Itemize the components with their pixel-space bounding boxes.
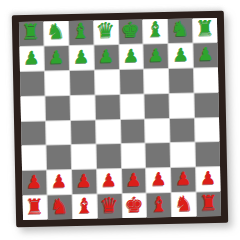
square-g5[interactable] bbox=[170, 93, 194, 117]
piece-red-pawn[interactable]: ♟ bbox=[150, 170, 167, 188]
piece-red-pawn[interactable]: ♟ bbox=[125, 171, 142, 189]
square-a2[interactable]: ♟ bbox=[22, 171, 46, 195]
square-c8[interactable]: ♝ bbox=[69, 21, 93, 45]
piece-green-pawn[interactable]: ♟ bbox=[173, 45, 190, 63]
square-b6[interactable] bbox=[45, 71, 69, 95]
square-f5[interactable] bbox=[145, 94, 169, 118]
piece-red-pawn[interactable]: ♟ bbox=[175, 170, 192, 188]
piece-red-knight[interactable]: ♞ bbox=[174, 193, 193, 214]
square-d8[interactable]: ♛ bbox=[94, 20, 118, 44]
chess-scene: ♜♞♝♛♚♝♞♜♟♟♟♟♟♟♟♟♟♟♟♟♟♟♟♟♜♞♝♛♚♝♞♜ bbox=[0, 0, 240, 240]
square-h6[interactable] bbox=[194, 68, 218, 92]
piece-green-pawn[interactable]: ♟ bbox=[48, 48, 65, 66]
square-a5[interactable] bbox=[21, 96, 45, 120]
piece-red-bishop[interactable]: ♝ bbox=[75, 195, 94, 216]
piece-red-queen[interactable]: ♛ bbox=[100, 195, 119, 216]
square-g6[interactable] bbox=[169, 68, 193, 92]
square-g4[interactable] bbox=[170, 118, 194, 142]
square-h8[interactable]: ♜ bbox=[193, 18, 217, 42]
square-c2[interactable]: ♟ bbox=[72, 170, 96, 194]
piece-green-bishop[interactable]: ♝ bbox=[146, 19, 165, 40]
square-h3[interactable] bbox=[196, 142, 220, 166]
square-f7[interactable]: ♟ bbox=[144, 44, 168, 68]
square-g8[interactable]: ♞ bbox=[168, 18, 192, 42]
square-a4[interactable] bbox=[21, 121, 45, 145]
square-c3[interactable] bbox=[71, 145, 95, 169]
square-f3[interactable] bbox=[146, 143, 170, 167]
square-a3[interactable] bbox=[22, 146, 46, 170]
piece-green-pawn[interactable]: ♟ bbox=[23, 48, 40, 66]
square-e1[interactable]: ♚ bbox=[122, 194, 146, 218]
square-h1[interactable]: ♜ bbox=[197, 192, 221, 216]
chess-board-frame: ♜♞♝♛♚♝♞♜♟♟♟♟♟♟♟♟♟♟♟♟♟♟♟♟♜♞♝♛♚♝♞♜ bbox=[12, 11, 228, 227]
square-f8[interactable]: ♝ bbox=[143, 19, 167, 43]
square-d4[interactable] bbox=[96, 120, 120, 144]
square-f1[interactable]: ♝ bbox=[147, 193, 171, 217]
square-g7[interactable]: ♟ bbox=[169, 43, 193, 67]
piece-green-queen[interactable]: ♛ bbox=[96, 21, 115, 42]
square-e2[interactable]: ♟ bbox=[122, 169, 146, 193]
piece-red-rook[interactable]: ♜ bbox=[199, 193, 218, 214]
piece-green-pawn[interactable]: ♟ bbox=[197, 45, 214, 63]
square-d3[interactable] bbox=[96, 144, 120, 168]
square-b4[interactable] bbox=[46, 121, 70, 145]
square-c7[interactable]: ♟ bbox=[69, 45, 93, 69]
square-d6[interactable] bbox=[95, 70, 119, 94]
piece-green-pawn[interactable]: ♟ bbox=[73, 47, 90, 65]
piece-green-pawn[interactable]: ♟ bbox=[123, 46, 140, 64]
piece-red-pawn[interactable]: ♟ bbox=[200, 169, 217, 187]
piece-red-bishop[interactable]: ♝ bbox=[149, 194, 168, 215]
piece-green-rook[interactable]: ♜ bbox=[196, 18, 215, 39]
square-b7[interactable]: ♟ bbox=[44, 46, 68, 70]
square-e5[interactable] bbox=[120, 94, 144, 118]
square-c1[interactable]: ♝ bbox=[72, 195, 96, 219]
square-h7[interactable]: ♟ bbox=[194, 43, 218, 67]
square-h4[interactable] bbox=[195, 117, 219, 141]
piece-green-knight[interactable]: ♞ bbox=[46, 22, 65, 43]
square-g2[interactable]: ♟ bbox=[171, 168, 195, 192]
square-f2[interactable]: ♟ bbox=[146, 168, 170, 192]
square-b3[interactable] bbox=[46, 145, 70, 169]
piece-green-knight[interactable]: ♞ bbox=[171, 19, 190, 40]
chess-board: ♜♞♝♛♚♝♞♜♟♟♟♟♟♟♟♟♟♟♟♟♟♟♟♟♜♞♝♛♚♝♞♜ bbox=[19, 18, 221, 220]
square-d7[interactable]: ♟ bbox=[94, 45, 118, 69]
piece-green-pawn[interactable]: ♟ bbox=[98, 47, 115, 65]
square-c5[interactable] bbox=[70, 95, 94, 119]
piece-green-pawn[interactable]: ♟ bbox=[148, 46, 165, 64]
square-h2[interactable]: ♟ bbox=[196, 167, 220, 191]
square-g1[interactable]: ♞ bbox=[172, 193, 196, 217]
square-f6[interactable] bbox=[144, 69, 168, 93]
piece-green-bishop[interactable]: ♝ bbox=[71, 21, 90, 42]
square-a8[interactable]: ♜ bbox=[19, 22, 43, 46]
piece-red-rook[interactable]: ♜ bbox=[25, 196, 44, 217]
square-e6[interactable] bbox=[119, 69, 143, 93]
square-f4[interactable] bbox=[145, 118, 169, 142]
square-c4[interactable] bbox=[71, 120, 95, 144]
square-e3[interactable] bbox=[121, 144, 145, 168]
piece-green-king[interactable]: ♚ bbox=[121, 20, 140, 41]
square-d5[interactable] bbox=[95, 95, 119, 119]
square-a1[interactable]: ♜ bbox=[23, 196, 47, 220]
square-d1[interactable]: ♛ bbox=[97, 194, 121, 218]
square-b2[interactable]: ♟ bbox=[47, 170, 71, 194]
square-a6[interactable] bbox=[20, 71, 44, 95]
piece-red-knight[interactable]: ♞ bbox=[50, 196, 69, 217]
square-e4[interactable] bbox=[121, 119, 145, 143]
piece-red-king[interactable]: ♚ bbox=[125, 194, 144, 215]
square-d2[interactable]: ♟ bbox=[97, 169, 121, 193]
square-b5[interactable] bbox=[45, 96, 69, 120]
square-c6[interactable] bbox=[70, 70, 94, 94]
piece-green-rook[interactable]: ♜ bbox=[21, 22, 40, 43]
square-h5[interactable] bbox=[195, 93, 219, 117]
square-b8[interactable]: ♞ bbox=[44, 21, 68, 45]
piece-red-pawn[interactable]: ♟ bbox=[26, 173, 43, 191]
square-e7[interactable]: ♟ bbox=[119, 44, 143, 68]
piece-red-pawn[interactable]: ♟ bbox=[101, 171, 118, 189]
square-e8[interactable]: ♚ bbox=[118, 20, 142, 44]
square-b1[interactable]: ♞ bbox=[47, 195, 71, 219]
square-g3[interactable] bbox=[171, 143, 195, 167]
piece-red-pawn[interactable]: ♟ bbox=[51, 172, 68, 190]
square-a7[interactable]: ♟ bbox=[19, 46, 43, 70]
piece-red-pawn[interactable]: ♟ bbox=[76, 172, 93, 190]
